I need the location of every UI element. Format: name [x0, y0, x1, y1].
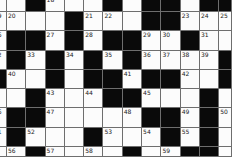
crossword-cell[interactable] — [219, 128, 232, 147]
crossword-cell[interactable] — [26, 12, 45, 31]
crossword-cell[interactable]: 48 — [123, 108, 142, 127]
crossword-cell[interactable]: 50 — [219, 108, 232, 127]
crossword-cell[interactable] — [65, 147, 84, 157]
clue-number: 23 — [182, 12, 190, 19]
crossword-cell[interactable]: 29 — [142, 31, 161, 50]
black-cell — [26, 0, 45, 12]
crossword-cell[interactable]: 34 — [65, 51, 84, 70]
crossword-cell[interactable]: 41 — [123, 70, 142, 89]
black-cell — [7, 51, 26, 70]
clue-number: 39 — [201, 51, 209, 58]
clue-number: 42 — [182, 70, 190, 77]
crossword-cell[interactable] — [65, 108, 84, 127]
crossword-cell[interactable]: 19 — [0, 12, 7, 31]
clue-number: 27 — [47, 31, 55, 38]
crossword-cell[interactable] — [0, 0, 7, 12]
clue-number: 49 — [182, 108, 190, 115]
crossword-cell[interactable] — [7, 89, 26, 108]
clue-number: 19 — [0, 12, 2, 19]
black-cell — [123, 89, 142, 108]
crossword-cell[interactable]: 58 — [84, 147, 103, 157]
crossword-cell[interactable] — [0, 147, 7, 157]
crossword-cell[interactable]: 24 — [200, 12, 219, 31]
crossword-cell[interactable]: 42 — [181, 70, 200, 89]
crossword-cell[interactable] — [46, 12, 65, 31]
black-cell — [161, 108, 180, 127]
clue-number: 52 — [27, 128, 35, 135]
clue-number: 43 — [47, 89, 55, 96]
crossword-cell[interactable] — [200, 70, 219, 89]
crossword-cell[interactable] — [84, 0, 103, 12]
crossword-cell[interactable]: 52 — [26, 128, 45, 147]
black-cell — [123, 147, 142, 157]
crossword-cell[interactable]: 35 — [103, 51, 122, 70]
clue-number: 24 — [201, 12, 209, 19]
clue-number: 36 — [143, 51, 151, 58]
clue-number: 46 — [0, 108, 2, 115]
clue-number: 26 — [0, 31, 2, 38]
black-cell — [84, 70, 103, 89]
crossword-cell[interactable] — [123, 12, 142, 31]
crossword-cell[interactable]: 49 — [181, 108, 200, 127]
crossword-cell[interactable] — [219, 89, 232, 108]
black-cell — [123, 31, 142, 50]
black-cell — [103, 0, 122, 12]
crossword-cell[interactable] — [181, 89, 200, 108]
crossword-cell[interactable]: 22 — [103, 12, 122, 31]
clue-number: 29 — [143, 31, 151, 38]
crossword-cell[interactable]: 39 — [200, 51, 219, 70]
crossword-cell[interactable]: 26 — [0, 31, 7, 50]
black-cell — [7, 108, 26, 127]
black-cell — [142, 70, 161, 89]
crossword-cell[interactable] — [181, 0, 200, 12]
crossword-cell[interactable] — [84, 108, 103, 127]
clue-number: 55 — [182, 128, 190, 135]
clue-number: 53 — [104, 128, 112, 135]
crossword-cell[interactable]: 54 — [142, 128, 161, 147]
clue-number: 20 — [8, 12, 16, 19]
black-cell — [142, 12, 161, 31]
crossword-cell[interactable]: 44 — [84, 89, 103, 108]
crossword-cell[interactable]: 21 — [84, 12, 103, 31]
black-cell — [123, 51, 142, 70]
black-cell — [181, 147, 200, 157]
clue-number: 50 — [220, 108, 228, 115]
black-cell — [0, 70, 7, 89]
black-cell — [200, 128, 219, 147]
crossword-cell[interactable]: 38 — [181, 51, 200, 70]
black-cell — [200, 108, 219, 127]
crossword-cell[interactable] — [65, 128, 84, 147]
crossword-cell[interactable]: 51 — [0, 128, 7, 147]
crossword-cell[interactable]: 59 — [161, 147, 180, 157]
crossword-cell[interactable]: 43 — [46, 89, 65, 108]
crossword-cell[interactable] — [26, 70, 45, 89]
clue-number: 37 — [162, 51, 170, 58]
black-cell — [65, 12, 84, 31]
clue-number: 56 — [8, 147, 16, 154]
black-cell — [46, 51, 65, 70]
black-cell — [200, 0, 219, 12]
black-cell — [46, 70, 65, 89]
crossword-cell[interactable]: 31 — [200, 31, 219, 50]
crossword-cell[interactable] — [46, 128, 65, 147]
black-cell — [84, 51, 103, 70]
crossword-cell[interactable]: 23 — [181, 12, 200, 31]
crossword-cell[interactable] — [65, 70, 84, 89]
clue-number: 33 — [27, 51, 35, 58]
black-cell — [161, 70, 180, 89]
crossword-cell[interactable] — [123, 0, 142, 12]
clue-number: 34 — [66, 51, 74, 58]
clue-number: 48 — [124, 108, 132, 115]
clue-number: 28 — [85, 31, 93, 38]
clue-number: 18 — [47, 0, 55, 3]
clue-number: 31 — [201, 31, 209, 38]
crossword-grid: 1819202122232425262728293031323334353637… — [0, 0, 232, 157]
black-cell — [142, 0, 161, 12]
black-cell — [142, 108, 161, 127]
crossword-cell[interactable]: 36 — [142, 51, 161, 70]
crossword-cell[interactable] — [65, 0, 84, 12]
black-cell — [219, 70, 232, 89]
clue-number: 22 — [104, 12, 112, 19]
crossword-cell[interactable] — [7, 0, 26, 12]
crossword-cell[interactable] — [142, 147, 161, 157]
crossword-cell[interactable]: 25 — [219, 12, 232, 31]
black-cell — [26, 89, 45, 108]
crossword-cell[interactable] — [0, 89, 7, 108]
black-cell — [84, 128, 103, 147]
clue-number: 35 — [104, 51, 112, 58]
crossword-cell[interactable]: 18 — [46, 0, 65, 12]
crossword-cell[interactable]: 55 — [181, 128, 200, 147]
crossword-cell[interactable] — [161, 89, 180, 108]
black-cell — [181, 31, 200, 50]
crossword-cell[interactable]: 47 — [46, 108, 65, 127]
crossword-cell[interactable]: 32 — [0, 51, 7, 70]
crossword-cell[interactable]: 40 — [7, 70, 26, 89]
clue-number: 54 — [143, 128, 151, 135]
clue-number: 30 — [162, 31, 170, 38]
crossword-cell[interactable]: 28 — [84, 31, 103, 50]
crossword-cell[interactable]: 37 — [161, 51, 180, 70]
black-cell — [7, 128, 26, 147]
clue-number: 47 — [47, 108, 55, 115]
black-cell — [200, 147, 219, 157]
clue-number: 25 — [220, 12, 228, 19]
crossword-cell[interactable] — [103, 147, 122, 157]
black-cell — [103, 70, 122, 89]
black-cell — [7, 31, 26, 50]
crossword-cell[interactable] — [65, 89, 84, 108]
crossword-cell[interactable]: 20 — [7, 12, 26, 31]
crossword-cell[interactable]: 53 — [103, 128, 122, 147]
black-cell — [103, 31, 122, 50]
clue-number: 45 — [143, 89, 151, 96]
black-cell — [161, 0, 180, 12]
black-cell — [161, 12, 180, 31]
black-cell — [161, 128, 180, 147]
clue-number: 41 — [124, 70, 132, 77]
black-cell — [26, 108, 45, 127]
crossword-cell[interactable]: 46 — [0, 108, 7, 127]
crossword-cell[interactable] — [219, 31, 232, 50]
clue-number: 59 — [162, 147, 170, 154]
crossword-cell[interactable]: 57 — [46, 147, 65, 157]
crossword-cell[interactable] — [123, 128, 142, 147]
clue-number: 57 — [47, 147, 55, 154]
crossword-cell[interactable]: 56 — [7, 147, 26, 157]
black-cell — [219, 0, 232, 12]
clue-number: 58 — [85, 147, 93, 154]
clue-number: 51 — [0, 128, 2, 135]
clue-number: 44 — [85, 89, 93, 96]
black-cell — [65, 31, 84, 50]
black-cell — [103, 89, 122, 108]
crossword-cell[interactable]: 45 — [142, 89, 161, 108]
crossword-cell[interactable]: 30 — [161, 31, 180, 50]
crossword-cell[interactable]: 27 — [46, 31, 65, 50]
black-cell — [26, 31, 45, 50]
clue-number: 21 — [85, 12, 93, 19]
clue-number: 40 — [8, 70, 16, 77]
clue-number: 38 — [182, 51, 190, 58]
crossword-board: 1819202122232425262728293031323334353637… — [0, 0, 232, 157]
crossword-cell[interactable] — [103, 108, 122, 127]
black-cell — [26, 147, 45, 157]
clue-number: 32 — [0, 51, 2, 58]
crossword-cell[interactable]: 33 — [26, 51, 45, 70]
black-cell — [200, 89, 219, 108]
crossword-cell[interactable] — [219, 147, 232, 157]
black-cell — [219, 51, 232, 70]
